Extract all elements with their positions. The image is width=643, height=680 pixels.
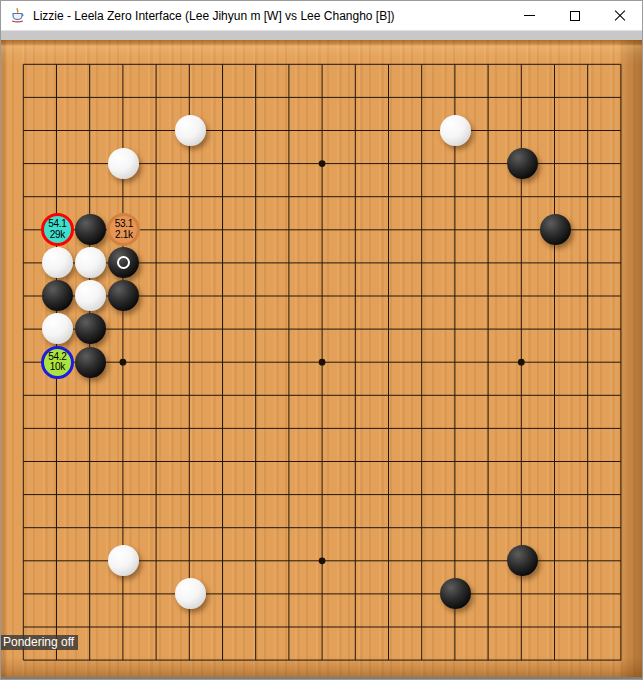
go-stone-D12 bbox=[108, 280, 139, 311]
go-stone-C10 bbox=[75, 347, 106, 378]
go-stone-Q4 bbox=[507, 545, 538, 576]
java-coffee-cup-icon bbox=[9, 7, 26, 24]
go-stone-D4 bbox=[108, 545, 139, 576]
suggestion-visits: 2.1k bbox=[115, 230, 133, 241]
maximize-icon bbox=[570, 11, 580, 21]
close-button[interactable] bbox=[597, 1, 642, 30]
go-stone-C13 bbox=[75, 247, 106, 278]
window-titlebar: Lizzie - Leela Zero Interface (Lee Jihyu… bbox=[1, 1, 642, 30]
minimize-icon bbox=[524, 15, 535, 16]
go-stone-C12 bbox=[75, 280, 106, 311]
go-stone-C14 bbox=[75, 214, 106, 245]
go-stone-O3 bbox=[440, 578, 471, 609]
go-stone-B12 bbox=[42, 280, 73, 311]
move-suggestion-B14[interactable]: 54.129k bbox=[41, 213, 74, 246]
minimize-button[interactable] bbox=[507, 1, 552, 30]
go-stone-B13 bbox=[42, 247, 73, 278]
suggestion-visits: 10k bbox=[50, 362, 65, 373]
toolbar-strip bbox=[1, 30, 642, 40]
go-stone-C11 bbox=[75, 313, 106, 344]
go-stone-O17 bbox=[440, 115, 471, 146]
board-grid: 54.129k53.12.1k54.210k bbox=[8, 48, 639, 677]
go-stone-D16 bbox=[108, 148, 139, 179]
go-stone-B11 bbox=[42, 313, 73, 344]
last-move-marker bbox=[117, 256, 130, 269]
go-stone-F3 bbox=[175, 578, 206, 609]
go-stone-D13 bbox=[108, 247, 139, 278]
go-board[interactable]: 54.129k53.12.1k54.210k Pondering off bbox=[1, 40, 642, 679]
go-stone-R14 bbox=[540, 214, 571, 245]
close-icon bbox=[614, 10, 626, 22]
maximize-button[interactable] bbox=[552, 1, 597, 30]
suggestion-visits: 29k bbox=[50, 230, 65, 241]
window-bottom-edge bbox=[1, 677, 642, 679]
go-stone-F17 bbox=[175, 115, 206, 146]
move-suggestion-B10[interactable]: 54.210k bbox=[41, 346, 74, 379]
go-stone-Q16 bbox=[507, 148, 538, 179]
window-title: Lizzie - Leela Zero Interface (Lee Jihyu… bbox=[33, 9, 507, 23]
move-suggestion-D14[interactable]: 53.12.1k bbox=[107, 213, 140, 246]
pondering-status: Pondering off bbox=[1, 635, 78, 650]
lizzie-window: Lizzie - Leela Zero Interface (Lee Jihyu… bbox=[0, 0, 643, 680]
